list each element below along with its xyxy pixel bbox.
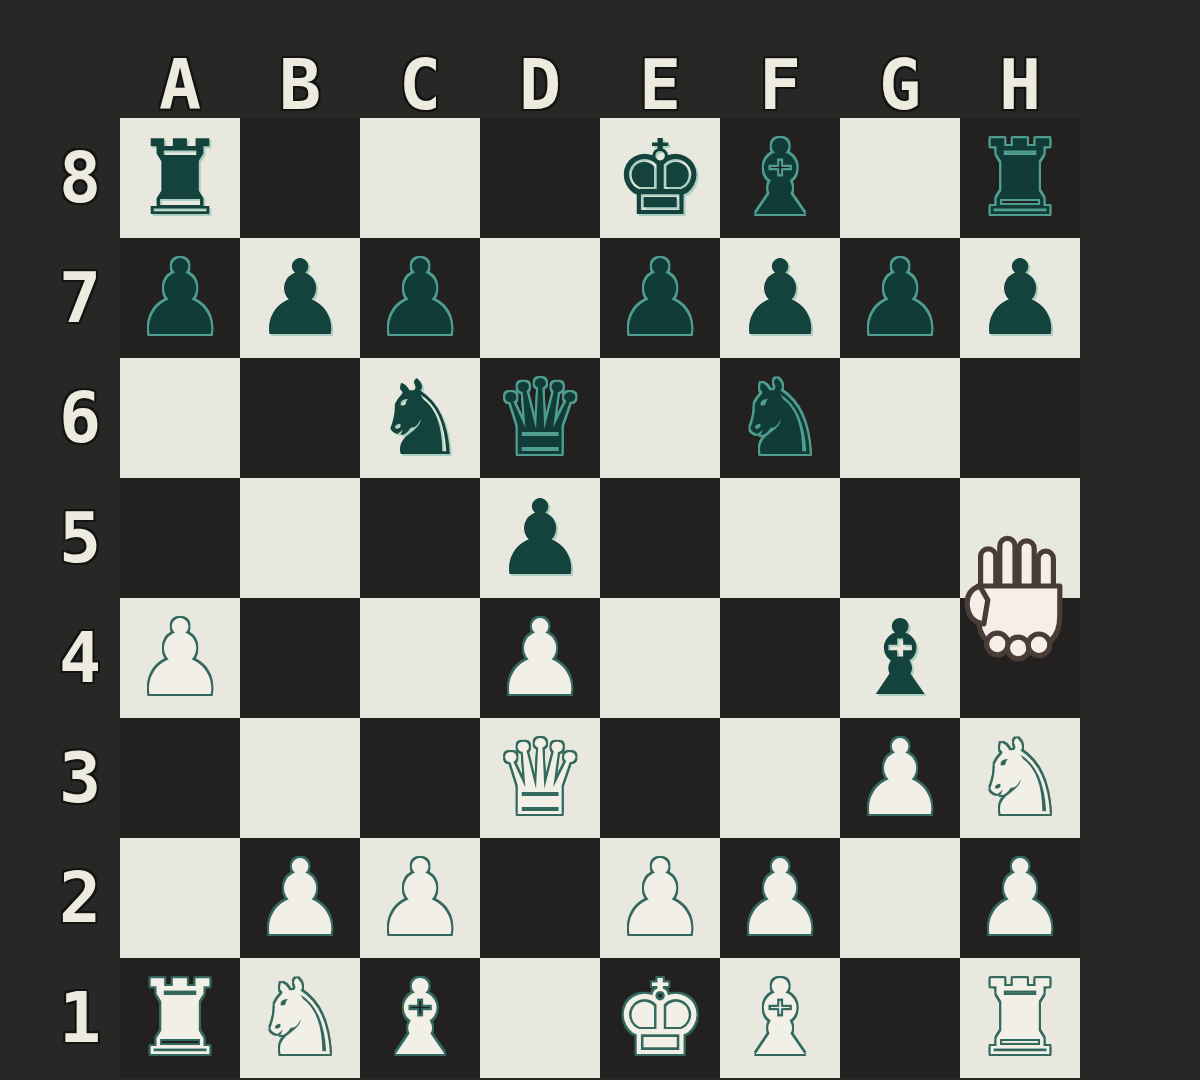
square-e6[interactable] <box>600 358 720 478</box>
piece-white-king[interactable]: ♚ <box>600 958 720 1078</box>
rank-label-1: 1 <box>42 958 118 1078</box>
piece-black-knight[interactable]: ♞ <box>360 358 480 478</box>
piece-white-knight[interactable]: ♞ <box>960 718 1080 838</box>
square-a3[interactable] <box>120 718 240 838</box>
square-c3[interactable] <box>360 718 480 838</box>
square-h4[interactable] <box>960 598 1080 718</box>
square-g2[interactable] <box>840 838 960 958</box>
square-e5[interactable] <box>600 478 720 598</box>
square-g5[interactable] <box>840 478 960 598</box>
rank-label-4: 4 <box>42 598 118 718</box>
square-d8[interactable] <box>480 118 600 238</box>
square-a2[interactable] <box>120 838 240 958</box>
piece-black-pawn[interactable]: ♟ <box>720 238 840 358</box>
rank-label-8: 8 <box>42 118 118 238</box>
square-a8[interactable]: ♜ <box>120 118 240 238</box>
piece-black-pawn[interactable]: ♟ <box>240 238 360 358</box>
file-label-h: H <box>960 44 1080 126</box>
piece-black-pawn[interactable]: ♟ <box>840 238 960 358</box>
square-c8[interactable] <box>360 118 480 238</box>
square-g3[interactable]: ♟ <box>840 718 960 838</box>
square-a6[interactable] <box>120 358 240 478</box>
piece-black-pawn[interactable]: ♟ <box>600 238 720 358</box>
piece-black-bishop[interactable]: ♝ <box>840 598 960 718</box>
file-label-d: D <box>480 44 600 126</box>
square-d2[interactable] <box>480 838 600 958</box>
rank-label-6: 6 <box>42 358 118 478</box>
chess-board: ♜♚♝♜♟♟♟♟♟♟♟♞♛♞♟♟♟♝♛♟♞♟♟♟♟♟♜♞♝♚♝♜ <box>120 118 1080 1078</box>
square-a1[interactable]: ♜ <box>120 958 240 1078</box>
piece-white-pawn[interactable]: ♟ <box>360 838 480 958</box>
piece-white-bishop[interactable]: ♝ <box>360 958 480 1078</box>
square-h7[interactable]: ♟ <box>960 238 1080 358</box>
square-e4[interactable] <box>600 598 720 718</box>
square-e7[interactable]: ♟ <box>600 238 720 358</box>
piece-white-pawn[interactable]: ♟ <box>720 838 840 958</box>
rank-label-3: 3 <box>42 718 118 838</box>
piece-white-rook[interactable]: ♜ <box>960 958 1080 1078</box>
square-d7[interactable] <box>480 238 600 358</box>
rank-label-5: 5 <box>42 478 118 598</box>
file-labels: ABCDEFGH <box>120 44 1080 112</box>
square-d6[interactable]: ♛ <box>480 358 600 478</box>
piece-white-knight[interactable]: ♞ <box>240 958 360 1078</box>
square-f2[interactable]: ♟ <box>720 838 840 958</box>
piece-white-pawn[interactable]: ♟ <box>840 718 960 838</box>
piece-black-pawn[interactable]: ♟ <box>480 478 600 598</box>
rank-labels: 87654321 <box>42 118 118 1078</box>
square-b2[interactable]: ♟ <box>240 838 360 958</box>
square-c7[interactable]: ♟ <box>360 238 480 358</box>
square-f3[interactable] <box>720 718 840 838</box>
chess-game-screen: ABCDEFGH 87654321 ♜♚♝♜♟♟♟♟♟♟♟♞♛♞♟♟♟♝♛♟♞♟… <box>0 0 1200 1080</box>
square-f1[interactable]: ♝ <box>720 958 840 1078</box>
square-d3[interactable]: ♛ <box>480 718 600 838</box>
square-d1[interactable] <box>480 958 600 1078</box>
piece-white-pawn[interactable]: ♟ <box>120 598 240 718</box>
square-f5[interactable] <box>720 478 840 598</box>
square-c2[interactable]: ♟ <box>360 838 480 958</box>
piece-white-pawn[interactable]: ♟ <box>600 838 720 958</box>
square-b6[interactable] <box>240 358 360 478</box>
square-h1[interactable]: ♜ <box>960 958 1080 1078</box>
square-h3[interactable]: ♞ <box>960 718 1080 838</box>
rank-label-7: 7 <box>42 238 118 358</box>
square-g1[interactable] <box>840 958 960 1078</box>
square-g6[interactable] <box>840 358 960 478</box>
square-e3[interactable] <box>600 718 720 838</box>
square-a4[interactable]: ♟ <box>120 598 240 718</box>
square-c1[interactable]: ♝ <box>360 958 480 1078</box>
square-b7[interactable]: ♟ <box>240 238 360 358</box>
square-a7[interactable]: ♟ <box>120 238 240 358</box>
square-h2[interactable]: ♟ <box>960 838 1080 958</box>
file-label-c: C <box>360 44 480 126</box>
piece-black-queen[interactable]: ♛ <box>480 358 600 478</box>
piece-black-pawn[interactable]: ♟ <box>960 238 1080 358</box>
square-g7[interactable]: ♟ <box>840 238 960 358</box>
file-label-b: B <box>240 44 360 126</box>
square-c4[interactable] <box>360 598 480 718</box>
piece-black-pawn[interactable]: ♟ <box>360 238 480 358</box>
square-b3[interactable] <box>240 718 360 838</box>
square-f4[interactable] <box>720 598 840 718</box>
square-e1[interactable]: ♚ <box>600 958 720 1078</box>
square-h6[interactable] <box>960 358 1080 478</box>
square-c5[interactable] <box>360 478 480 598</box>
square-h5[interactable] <box>960 478 1080 598</box>
square-f7[interactable]: ♟ <box>720 238 840 358</box>
square-f8[interactable]: ♝ <box>720 118 840 238</box>
square-b4[interactable] <box>240 598 360 718</box>
file-label-e: E <box>600 44 720 126</box>
square-d4[interactable]: ♟ <box>480 598 600 718</box>
piece-white-pawn[interactable]: ♟ <box>960 838 1080 958</box>
square-b1[interactable]: ♞ <box>240 958 360 1078</box>
square-b8[interactable] <box>240 118 360 238</box>
file-label-g: G <box>840 44 960 126</box>
piece-white-rook[interactable]: ♜ <box>120 958 240 1078</box>
piece-white-pawn[interactable]: ♟ <box>480 598 600 718</box>
rank-label-2: 2 <box>42 838 118 958</box>
square-g4[interactable]: ♝ <box>840 598 960 718</box>
square-e2[interactable]: ♟ <box>600 838 720 958</box>
piece-white-pawn[interactable]: ♟ <box>240 838 360 958</box>
file-label-f: F <box>720 44 840 126</box>
file-label-a: A <box>120 44 240 126</box>
piece-black-rook[interactable]: ♜ <box>960 118 1080 238</box>
square-b5[interactable] <box>240 478 360 598</box>
piece-white-queen[interactable]: ♛ <box>480 718 600 838</box>
piece-black-bishop[interactable]: ♝ <box>720 118 840 238</box>
piece-black-pawn[interactable]: ♟ <box>120 238 240 358</box>
square-f6[interactable]: ♞ <box>720 358 840 478</box>
piece-white-bishop[interactable]: ♝ <box>720 958 840 1078</box>
square-h8[interactable]: ♜ <box>960 118 1080 238</box>
piece-black-king[interactable]: ♚ <box>600 118 720 238</box>
square-d5[interactable]: ♟ <box>480 478 600 598</box>
square-g8[interactable] <box>840 118 960 238</box>
square-a5[interactable] <box>120 478 240 598</box>
square-c6[interactable]: ♞ <box>360 358 480 478</box>
square-e8[interactable]: ♚ <box>600 118 720 238</box>
piece-black-rook[interactable]: ♜ <box>120 118 240 238</box>
piece-black-knight[interactable]: ♞ <box>720 358 840 478</box>
